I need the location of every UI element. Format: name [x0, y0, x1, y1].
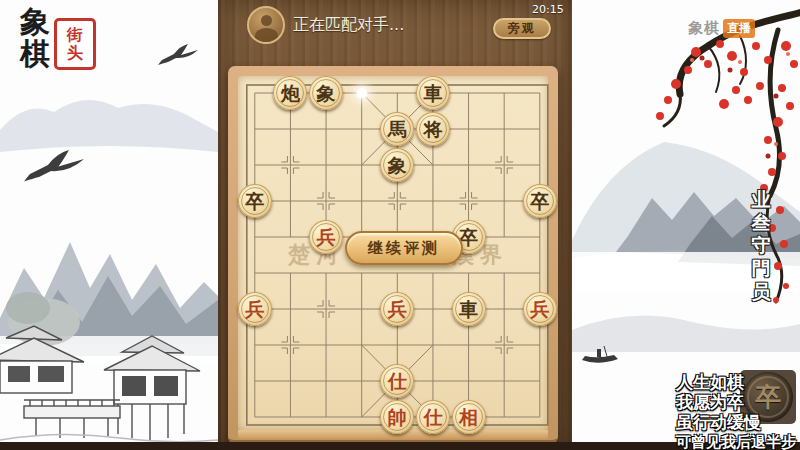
logo-seal-text: 街头 — [66, 26, 84, 63]
stream-watermark: 象棋 直播 — [688, 19, 755, 38]
spectate-button[interactable]: 旁观 — [493, 18, 551, 39]
piece-red-兵[interactable]: 兵 — [523, 292, 557, 326]
piece-red-兵[interactable]: 兵 — [380, 292, 414, 326]
channel-logo: 象棋 街头 — [8, 4, 100, 84]
quote-line: 我愿为卒 — [676, 392, 796, 412]
piece-black-卒[interactable]: 卒 — [523, 184, 557, 218]
low-hills — [572, 316, 800, 352]
piece-black-卒[interactable]: 卒 — [238, 184, 272, 218]
piece-red-兵[interactable]: 兵 — [309, 220, 343, 254]
piece-black-車[interactable]: 車 — [416, 76, 450, 110]
piece-black-象[interactable]: 象 — [309, 76, 343, 110]
quote-line: 虽行动缓慢 — [676, 412, 796, 432]
piece-red-帥[interactable]: 帥 — [380, 400, 414, 434]
avatar-person-icon — [261, 15, 272, 26]
quote-block: 人生如棋 我愿为卒 虽行动缓慢 可曾见我后退半步 — [676, 372, 796, 450]
piece-red-相[interactable]: 相 — [452, 400, 486, 434]
piece-black-炮[interactable]: 炮 — [273, 76, 307, 110]
piece-red-兵[interactable]: 兵 — [238, 292, 272, 326]
opponent-avatar[interactable] — [247, 6, 285, 44]
left-scenery-panel: 象棋 街头 — [0, 0, 218, 450]
piece-black-車[interactable]: 車 — [452, 292, 486, 326]
watermark-text: 象棋 — [688, 19, 720, 38]
vertical-motto-text: 业叁守門员 — [748, 188, 774, 303]
clock-text: 20:15 — [532, 3, 564, 16]
logo-title: 象棋 — [20, 6, 54, 69]
piece-black-将[interactable]: 将 — [416, 112, 450, 146]
quote-line: 人生如棋 — [676, 372, 796, 392]
watermark-badge: 直播 — [723, 19, 755, 38]
logo-seal: 街头 — [54, 18, 96, 70]
stream-frame: 象棋 街头 — [0, 0, 800, 450]
quote-line: 可曾见我后退半步 — [676, 432, 796, 450]
far-mountains — [0, 100, 218, 152]
piece-black-馬[interactable]: 馬 — [380, 112, 414, 146]
piece-black-象[interactable]: 象 — [380, 148, 414, 182]
match-status-text: 正在匹配对手... — [293, 15, 404, 36]
piece-red-仕[interactable]: 仕 — [380, 364, 414, 398]
continue-evaluation-button[interactable]: 继续评测 — [345, 231, 463, 265]
piece-red-仕[interactable]: 仕 — [416, 400, 450, 434]
